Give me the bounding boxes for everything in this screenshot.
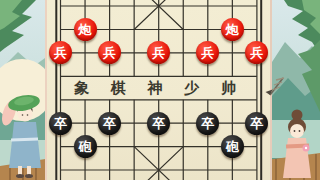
piece-red-soldier-3[interactable]: 兵 bbox=[147, 41, 170, 64]
piece-black-soldier-5[interactable]: 卒 bbox=[245, 112, 268, 135]
xiangqi-scene: 象棋神少帅 炮炮兵兵兵兵兵卒卒卒卒砲砲卒 bbox=[0, 0, 320, 180]
piece-black-cannon-right[interactable]: 砲 bbox=[221, 135, 244, 158]
piece-red-soldier-4[interactable]: 兵 bbox=[196, 41, 219, 64]
piece-red-cannon-right[interactable]: 炮 bbox=[221, 18, 244, 41]
piece-red-cannon-left[interactable]: 炮 bbox=[74, 18, 97, 41]
piece-black-soldier-3[interactable]: 卒 bbox=[147, 112, 170, 135]
piece-red-soldier-2[interactable]: 兵 bbox=[98, 41, 121, 64]
piece-black-soldier-4[interactable]: 卒 bbox=[196, 112, 219, 135]
piece-red-soldier-1[interactable]: 兵 bbox=[49, 41, 72, 64]
piece-black-soldier-2[interactable]: 卒 bbox=[98, 112, 121, 135]
piece-red-soldier-5[interactable]: 兵 bbox=[245, 41, 268, 64]
piece-black-soldier-1[interactable]: 卒 bbox=[49, 112, 72, 135]
piece-black-cannon-left[interactable]: 砲 bbox=[74, 135, 97, 158]
pieces-layer: 炮炮兵兵兵兵兵卒卒卒卒砲砲卒 bbox=[48, 0, 269, 180]
